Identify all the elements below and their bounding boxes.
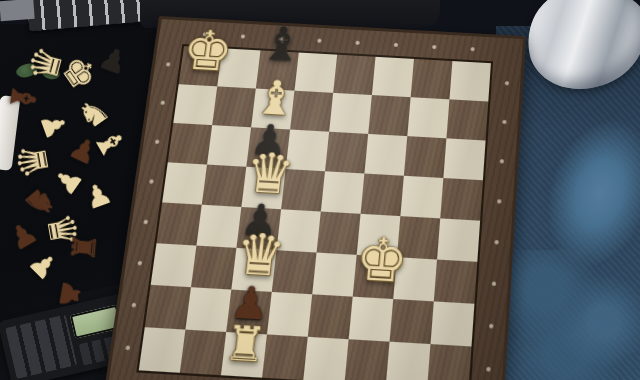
board-pieces-layer: ♚♝♝♟♛♟♛♚♟♜ [103,19,523,380]
piece-c3-white-queen[interactable]: ♛ [232,225,279,284]
off-board-piece-cream-11[interactable]: ♟ [81,177,117,214]
piece-f3-white-king[interactable]: ♚ [353,230,399,291]
off-board-piece-black-2[interactable]: ♟ [96,42,132,79]
piece-c5-white-queen[interactable]: ♛ [242,145,288,202]
carpet-mottled-area [502,250,640,380]
piece-c8-black-bishop[interactable]: ♝ [259,20,303,68]
piece-c1-white-rook[interactable]: ♜ [222,320,268,370]
laptop-edge [0,0,35,21]
off-board-piece-brown-3[interactable]: ♝ [4,80,43,116]
off-board-piece-brown-14[interactable]: ♜ [67,231,101,262]
piece-a8-white-king[interactable]: ♚ [180,23,226,79]
calculator-keypad [5,314,77,379]
chess-board: ♚♝♝♟♛♟♛♚♟♜ [99,16,526,380]
